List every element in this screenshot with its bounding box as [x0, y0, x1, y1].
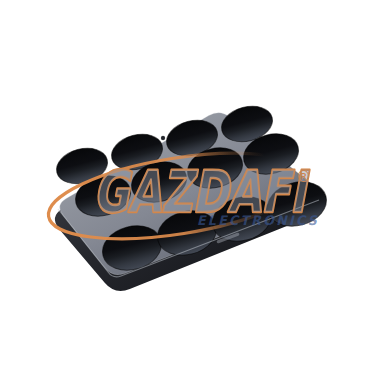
- product-photo: GAZDAFI ® ELECTRONICS: [0, 0, 380, 380]
- tray-illustration: GAZDAFI ® ELECTRONICS: [0, 0, 380, 380]
- pin-hole-dimple: [161, 136, 165, 140]
- registered-trademark-icon: ®: [296, 168, 311, 186]
- watermark-tagline-text: ELECTRONICS: [197, 213, 319, 228]
